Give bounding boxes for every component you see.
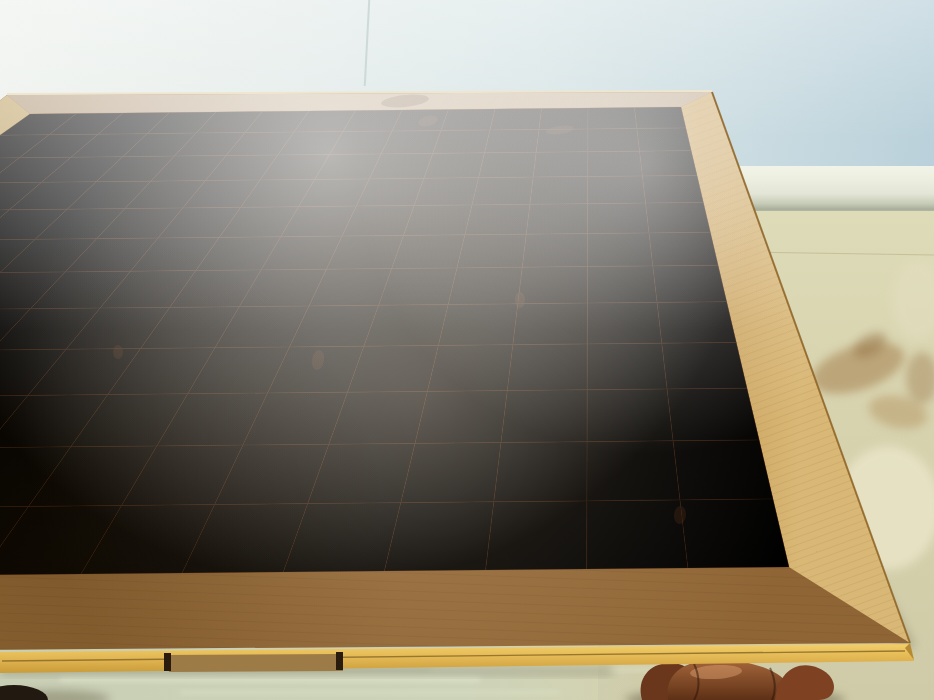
checkerboard-tabletop — [0, 91, 910, 655]
floor-stain — [906, 352, 934, 404]
floor-stain — [892, 260, 934, 340]
photo-scene — [0, 0, 934, 700]
table-scene-svg — [0, 0, 934, 700]
extension-leaf-edge — [167, 654, 343, 672]
floor-streak — [180, 690, 560, 695]
floor-streak — [60, 676, 480, 682]
glare-overlays — [0, 92, 910, 655]
table-foot-left — [0, 685, 48, 700]
